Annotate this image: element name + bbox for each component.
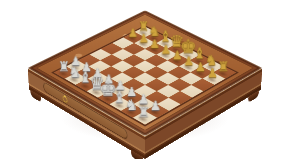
white-rook-glyph-icon: ♜ xyxy=(137,104,149,118)
black-pawn-glyph-icon: ♟ xyxy=(138,32,148,44)
scene: ♜♞♝♛♚♝♞♜♟♟♟♟♟♟♟♟♟♟♟♟♟♟♟♟♜♞♝♛♚♝♞♜ xyxy=(0,0,290,159)
black-pawn-glyph-icon: ♟ xyxy=(172,49,183,61)
white-pawn-glyph-icon: ♟ xyxy=(150,99,161,112)
black-pawn-glyph-icon: ♟ xyxy=(149,38,160,50)
black-rook-glyph-icon: ♜ xyxy=(217,60,229,73)
black-knight-glyph-icon: ♞ xyxy=(205,53,218,67)
drawer-ring-pull-icon xyxy=(62,94,67,103)
black-pawn-glyph-icon: ♟ xyxy=(160,43,171,55)
black-pawn-glyph-icon: ♟ xyxy=(195,61,206,73)
white-knight-glyph-icon: ♞ xyxy=(125,97,138,112)
black-pawn-glyph-icon: ♟ xyxy=(183,55,194,67)
bun-foot-south xyxy=(131,149,144,159)
black-pawn-glyph-icon: ♟ xyxy=(207,67,218,79)
square-d5[interactable] xyxy=(134,60,157,72)
photo-viewport: ♜♞♝♛♚♝♞♜♟♟♟♟♟♟♟♟♟♟♟♟♟♟♟♟♜♞♝♛♚♝♞♜ xyxy=(0,0,290,159)
black-pawn-glyph-icon: ♟ xyxy=(127,26,137,38)
